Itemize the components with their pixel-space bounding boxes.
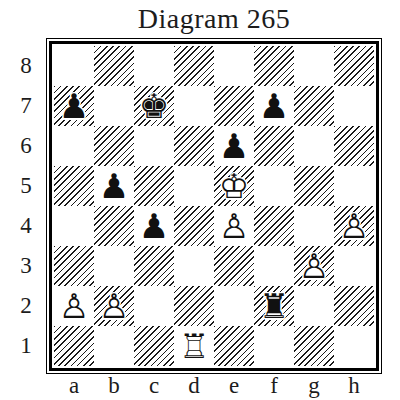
square-f8 <box>254 46 294 86</box>
square-g5 <box>294 166 334 206</box>
square-d6 <box>174 126 214 166</box>
square-f3 <box>254 246 294 286</box>
piece-halo: ♜ <box>254 286 294 326</box>
chess-board: ♟♟♚♚♟♟♟♟♟♟♚♔♟♟♟♙♟♙♟♙♟♙♟♙♜♜♜♖ <box>54 46 374 366</box>
square-e4: ♟♙ <box>214 206 254 246</box>
square-c2 <box>134 286 174 326</box>
square-b3 <box>94 246 134 286</box>
square-e2 <box>214 286 254 326</box>
diagram-title: Diagram 265 <box>46 3 382 35</box>
piece-halo: ♟ <box>134 206 174 246</box>
square-b5: ♟♟ <box>94 166 134 206</box>
square-c4: ♟♟ <box>134 206 174 246</box>
square-a1 <box>54 326 94 366</box>
piece-halo: ♚ <box>214 166 254 206</box>
board-inner-border: ♟♟♚♚♟♟♟♟♟♟♚♔♟♟♟♙♟♙♟♙♟♙♟♙♜♜♜♖ <box>49 41 379 371</box>
piece-halo: ♟ <box>94 286 134 326</box>
file-label-f: f <box>254 373 294 399</box>
piece-white-pawn: ♙ <box>54 286 94 326</box>
piece-black-pawn: ♟ <box>54 86 94 126</box>
piece-black-pawn: ♟ <box>94 166 134 206</box>
square-e8 <box>214 46 254 86</box>
square-e1 <box>214 326 254 366</box>
square-b6 <box>94 126 134 166</box>
square-g1 <box>294 326 334 366</box>
piece-black-pawn: ♟ <box>254 86 294 126</box>
file-labels: abcdefgh <box>54 373 374 399</box>
square-b8 <box>94 46 134 86</box>
square-h4: ♟♙ <box>334 206 374 246</box>
square-c7: ♚♚ <box>134 86 174 126</box>
file-label-a: a <box>54 373 94 399</box>
board-frame: ♟♟♚♚♟♟♟♟♟♟♚♔♟♟♟♙♟♙♟♙♟♙♟♙♜♜♜♖ <box>46 38 382 374</box>
rank-label-5: 5 <box>12 166 40 206</box>
square-a2: ♟♙ <box>54 286 94 326</box>
piece-halo: ♟ <box>94 166 134 206</box>
piece-white-pawn: ♙ <box>294 246 334 286</box>
piece-halo: ♟ <box>214 126 254 166</box>
piece-black-pawn: ♟ <box>134 206 174 246</box>
piece-black-king: ♚ <box>134 86 174 126</box>
square-b1 <box>94 326 134 366</box>
square-d5 <box>174 166 214 206</box>
square-g8 <box>294 46 334 86</box>
square-e6: ♟♟ <box>214 126 254 166</box>
square-a3 <box>54 246 94 286</box>
square-g4 <box>294 206 334 246</box>
square-g7 <box>294 86 334 126</box>
square-e7 <box>214 86 254 126</box>
piece-black-rook: ♜ <box>254 286 294 326</box>
square-a4 <box>54 206 94 246</box>
file-label-g: g <box>294 373 334 399</box>
square-d7 <box>174 86 214 126</box>
rank-label-8: 8 <box>12 46 40 86</box>
rank-labels: 87654321 <box>12 46 40 366</box>
square-g3: ♟♙ <box>294 246 334 286</box>
rank-label-4: 4 <box>12 206 40 246</box>
rank-label-2: 2 <box>12 286 40 326</box>
square-d3 <box>174 246 214 286</box>
rank-label-7: 7 <box>12 86 40 126</box>
square-a5 <box>54 166 94 206</box>
square-c5 <box>134 166 174 206</box>
square-d1: ♜♖ <box>174 326 214 366</box>
square-f5 <box>254 166 294 206</box>
square-b2: ♟♙ <box>94 286 134 326</box>
file-label-e: e <box>214 373 254 399</box>
piece-halo: ♟ <box>214 206 254 246</box>
square-d8 <box>174 46 214 86</box>
square-a6 <box>54 126 94 166</box>
square-d2 <box>174 286 214 326</box>
piece-halo: ♜ <box>174 326 214 366</box>
square-h5 <box>334 166 374 206</box>
square-a8 <box>54 46 94 86</box>
rank-label-1: 1 <box>12 326 40 366</box>
file-label-d: d <box>174 373 214 399</box>
piece-halo: ♟ <box>334 206 374 246</box>
square-c6 <box>134 126 174 166</box>
piece-halo: ♟ <box>254 86 294 126</box>
square-c1 <box>134 326 174 366</box>
piece-black-pawn: ♟ <box>214 126 254 166</box>
rank-label-3: 3 <box>12 246 40 286</box>
square-g6 <box>294 126 334 166</box>
square-a7: ♟♟ <box>54 86 94 126</box>
piece-white-pawn: ♙ <box>334 206 374 246</box>
square-h6 <box>334 126 374 166</box>
square-b7 <box>94 86 134 126</box>
square-d4 <box>174 206 214 246</box>
piece-white-rook: ♖ <box>174 326 214 366</box>
square-b4 <box>94 206 134 246</box>
square-f4 <box>254 206 294 246</box>
square-f2: ♜♜ <box>254 286 294 326</box>
piece-white-king: ♔ <box>214 166 254 206</box>
square-f6 <box>254 126 294 166</box>
square-f7: ♟♟ <box>254 86 294 126</box>
piece-halo: ♟ <box>54 286 94 326</box>
file-label-h: h <box>334 373 374 399</box>
piece-halo: ♟ <box>294 246 334 286</box>
square-c8 <box>134 46 174 86</box>
square-h3 <box>334 246 374 286</box>
file-label-b: b <box>94 373 134 399</box>
square-e5: ♚♔ <box>214 166 254 206</box>
piece-white-pawn: ♙ <box>94 286 134 326</box>
square-c3 <box>134 246 174 286</box>
square-h7 <box>334 86 374 126</box>
piece-halo: ♟ <box>54 86 94 126</box>
square-h2 <box>334 286 374 326</box>
square-h8 <box>334 46 374 86</box>
square-f1 <box>254 326 294 366</box>
diagram-page: Diagram 265 87654321 ♟♟♚♚♟♟♟♟♟♟♚♔♟♟♟♙♟♙♟… <box>0 0 400 400</box>
square-g2 <box>294 286 334 326</box>
square-e3 <box>214 246 254 286</box>
piece-halo: ♚ <box>134 86 174 126</box>
file-label-c: c <box>134 373 174 399</box>
rank-label-6: 6 <box>12 126 40 166</box>
piece-white-pawn: ♙ <box>214 206 254 246</box>
square-h1 <box>334 326 374 366</box>
